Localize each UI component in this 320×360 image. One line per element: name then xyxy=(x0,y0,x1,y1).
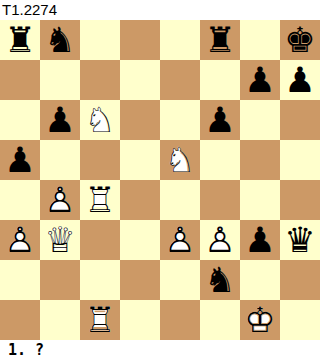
square-e8[interactable] xyxy=(160,20,200,60)
square-g1[interactable]: ♚♔ xyxy=(240,300,280,340)
white-pawn: ♟♙ xyxy=(40,180,80,220)
square-g8[interactable] xyxy=(240,20,280,60)
square-d4[interactable] xyxy=(120,180,160,220)
square-f6[interactable]: ♟ xyxy=(200,100,240,140)
square-h1[interactable] xyxy=(280,300,320,340)
square-e1[interactable] xyxy=(160,300,200,340)
square-b5[interactable] xyxy=(40,140,80,180)
square-h6[interactable] xyxy=(280,100,320,140)
white-pawn: ♟♙ xyxy=(0,220,40,260)
square-g5[interactable] xyxy=(240,140,280,180)
white-pawn: ♟♙ xyxy=(160,220,200,260)
square-a8[interactable]: ♜ xyxy=(0,20,40,60)
black-king: ♚ xyxy=(284,20,315,60)
black-rook: ♜ xyxy=(204,20,235,60)
square-b3[interactable]: ♛♕ xyxy=(40,220,80,260)
square-f1[interactable] xyxy=(200,300,240,340)
white-knight-outline: ♘ xyxy=(80,100,120,140)
square-g4[interactable] xyxy=(240,180,280,220)
square-e7[interactable] xyxy=(160,60,200,100)
white-queen-outline: ♕ xyxy=(40,220,80,260)
square-c5[interactable] xyxy=(80,140,120,180)
square-e6[interactable] xyxy=(160,100,200,140)
square-a1[interactable] xyxy=(0,300,40,340)
square-d8[interactable] xyxy=(120,20,160,60)
square-b2[interactable] xyxy=(40,260,80,300)
white-rook: ♜♖ xyxy=(80,300,120,340)
square-a4[interactable] xyxy=(0,180,40,220)
square-h8[interactable]: ♚ xyxy=(280,20,320,60)
square-d7[interactable] xyxy=(120,60,160,100)
square-c4[interactable]: ♜♖ xyxy=(80,180,120,220)
square-d1[interactable] xyxy=(120,300,160,340)
black-pawn: ♟ xyxy=(4,140,35,180)
square-h3[interactable]: ♛ xyxy=(280,220,320,260)
square-f7[interactable] xyxy=(200,60,240,100)
square-g6[interactable] xyxy=(240,100,280,140)
square-d3[interactable] xyxy=(120,220,160,260)
square-e2[interactable] xyxy=(160,260,200,300)
square-b6[interactable]: ♟ xyxy=(40,100,80,140)
square-c8[interactable] xyxy=(80,20,120,60)
move-prompt: 1. ? xyxy=(0,340,320,360)
square-g7[interactable]: ♟ xyxy=(240,60,280,100)
square-f4[interactable] xyxy=(200,180,240,220)
black-pawn: ♟ xyxy=(284,60,315,100)
square-c3[interactable] xyxy=(80,220,120,260)
black-knight: ♞ xyxy=(204,260,235,300)
black-queen: ♛ xyxy=(284,220,315,260)
square-h4[interactable] xyxy=(280,180,320,220)
black-rook: ♜ xyxy=(4,20,35,60)
square-d6[interactable] xyxy=(120,100,160,140)
square-b8[interactable]: ♞ xyxy=(40,20,80,60)
square-c7[interactable] xyxy=(80,60,120,100)
black-pawn: ♟ xyxy=(204,100,235,140)
square-e4[interactable] xyxy=(160,180,200,220)
white-rook: ♜♖ xyxy=(80,180,120,220)
square-a5[interactable]: ♟ xyxy=(0,140,40,180)
white-pawn-outline: ♙ xyxy=(40,180,80,220)
square-c1[interactable]: ♜♖ xyxy=(80,300,120,340)
white-knight-outline: ♘ xyxy=(160,140,200,180)
white-queen: ♛♕ xyxy=(40,220,80,260)
white-knight: ♞♘ xyxy=(80,100,120,140)
square-a3[interactable]: ♟♙ xyxy=(0,220,40,260)
square-h2[interactable] xyxy=(280,260,320,300)
square-b4[interactable]: ♟♙ xyxy=(40,180,80,220)
square-c2[interactable] xyxy=(80,260,120,300)
square-c6[interactable]: ♞♘ xyxy=(80,100,120,140)
white-pawn-outline: ♙ xyxy=(0,220,40,260)
white-rook-outline: ♖ xyxy=(80,300,120,340)
black-pawn: ♟ xyxy=(244,60,275,100)
square-d5[interactable] xyxy=(120,140,160,180)
white-king: ♚♔ xyxy=(240,300,280,340)
square-g3[interactable]: ♟ xyxy=(240,220,280,260)
puzzle-id: T1.2274 xyxy=(0,0,320,20)
square-e3[interactable]: ♟♙ xyxy=(160,220,200,260)
square-b7[interactable] xyxy=(40,60,80,100)
black-pawn: ♟ xyxy=(244,220,275,260)
square-f5[interactable] xyxy=(200,140,240,180)
square-f2[interactable]: ♞ xyxy=(200,260,240,300)
square-f8[interactable]: ♜ xyxy=(200,20,240,60)
white-pawn: ♟♙ xyxy=(200,220,240,260)
square-h5[interactable] xyxy=(280,140,320,180)
square-a2[interactable] xyxy=(0,260,40,300)
white-knight: ♞♘ xyxy=(160,140,200,180)
square-g2[interactable] xyxy=(240,260,280,300)
black-pawn: ♟ xyxy=(44,100,75,140)
white-pawn-outline: ♙ xyxy=(200,220,240,260)
square-d2[interactable] xyxy=(120,260,160,300)
square-f3[interactable]: ♟♙ xyxy=(200,220,240,260)
square-h7[interactable]: ♟ xyxy=(280,60,320,100)
white-king-outline: ♔ xyxy=(240,300,280,340)
white-pawn-outline: ♙ xyxy=(160,220,200,260)
square-a6[interactable] xyxy=(0,100,40,140)
black-knight: ♞ xyxy=(44,20,75,60)
square-e5[interactable]: ♞♘ xyxy=(160,140,200,180)
square-a7[interactable] xyxy=(0,60,40,100)
chess-board: ♜♞♜♚♟♟♟♞♘♟♟♞♘♟♙♜♖♟♙♛♕♟♙♟♙♟♛♞♜♖♚♔ xyxy=(0,20,320,340)
square-b1[interactable] xyxy=(40,300,80,340)
white-rook-outline: ♖ xyxy=(80,180,120,220)
